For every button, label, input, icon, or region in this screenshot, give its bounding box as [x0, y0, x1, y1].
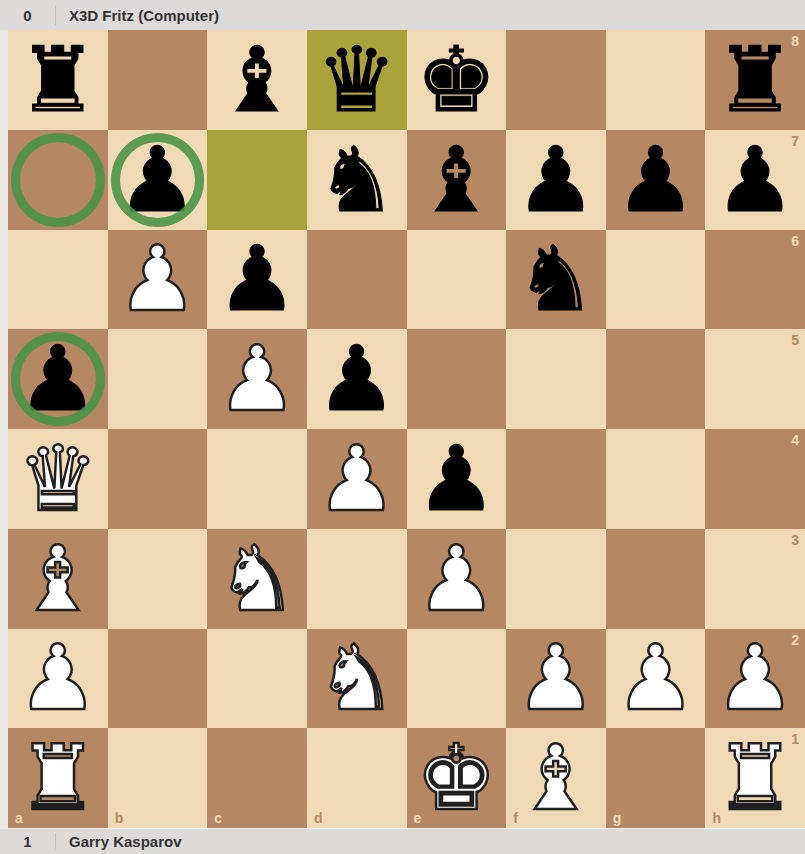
- file-label-b: b: [115, 810, 124, 826]
- square-b4[interactable]: [108, 429, 208, 529]
- piece-white-rook[interactable]: ♜: [715, 733, 796, 823]
- square-d1[interactable]: d: [307, 728, 407, 828]
- square-d2[interactable]: ♞: [307, 629, 407, 729]
- chess-board[interactable]: ♜♝♛♚♜8♟♞♝♟♟♟7♟♟♞6♟♟♟5♛♟♟4♝♞♟3♟♞♟♟♟2♜abcd…: [8, 30, 805, 828]
- rank-label-3: 3: [791, 532, 799, 548]
- bottom-player-name: Garry Kasparov: [56, 833, 182, 850]
- piece-white-pawn[interactable]: ♟: [615, 633, 696, 723]
- piece-black-rook[interactable]: ♜: [715, 35, 796, 125]
- piece-white-rook[interactable]: ♜: [17, 733, 98, 823]
- piece-white-pawn[interactable]: ♟: [17, 633, 98, 723]
- board-area: ♜♝♛♚♜8♟♞♝♟♟♟7♟♟♞6♟♟♟5♛♟♟4♝♞♟3♟♞♟♟♟2♜abcd…: [0, 30, 805, 828]
- square-h1[interactable]: ♜1h: [705, 728, 805, 828]
- square-e8[interactable]: ♚: [407, 30, 507, 130]
- piece-black-bishop[interactable]: ♝: [416, 135, 497, 225]
- piece-white-queen[interactable]: ♛: [17, 434, 98, 524]
- piece-black-pawn[interactable]: ♟: [416, 434, 497, 524]
- square-c7[interactable]: [207, 130, 307, 230]
- square-a5[interactable]: ♟: [8, 329, 108, 429]
- piece-white-king[interactable]: ♚: [416, 733, 497, 823]
- square-h5[interactable]: 5: [705, 329, 805, 429]
- piece-black-pawn[interactable]: ♟: [715, 135, 796, 225]
- square-b3[interactable]: [108, 529, 208, 629]
- square-d8[interactable]: ♛: [307, 30, 407, 130]
- piece-black-pawn[interactable]: ♟: [17, 334, 98, 424]
- square-h2[interactable]: ♟2: [705, 629, 805, 729]
- square-b6[interactable]: ♟: [108, 230, 208, 330]
- piece-black-knight[interactable]: ♞: [316, 135, 397, 225]
- annotation-circle-a7: [11, 133, 105, 227]
- square-f2[interactable]: ♟: [506, 629, 606, 729]
- piece-black-queen[interactable]: ♛: [316, 35, 397, 125]
- square-c4[interactable]: [207, 429, 307, 529]
- square-f8[interactable]: [506, 30, 606, 130]
- square-h4[interactable]: 4: [705, 429, 805, 529]
- square-c5[interactable]: ♟: [207, 329, 307, 429]
- piece-black-rook[interactable]: ♜: [17, 35, 98, 125]
- square-a2[interactable]: ♟: [8, 629, 108, 729]
- square-a8[interactable]: ♜: [8, 30, 108, 130]
- square-g3[interactable]: [606, 529, 706, 629]
- piece-black-king[interactable]: ♚: [416, 35, 497, 125]
- top-player-score: 0: [0, 7, 55, 24]
- file-label-d: d: [314, 810, 323, 826]
- piece-black-pawn[interactable]: ♟: [217, 234, 298, 324]
- piece-black-knight[interactable]: ♞: [516, 234, 597, 324]
- square-e6[interactable]: [407, 230, 507, 330]
- piece-white-knight[interactable]: ♞: [217, 534, 298, 624]
- bottom-player-bar: 1 Garry Kasparov: [0, 828, 805, 854]
- bottom-player-score: 1: [0, 833, 55, 850]
- rank-label-6: 6: [791, 233, 799, 249]
- square-a4[interactable]: ♛: [8, 429, 108, 529]
- square-d6[interactable]: [307, 230, 407, 330]
- square-h3[interactable]: 3: [705, 529, 805, 629]
- square-g5[interactable]: [606, 329, 706, 429]
- square-e7[interactable]: ♝: [407, 130, 507, 230]
- rank-label-4: 4: [791, 432, 799, 448]
- square-b1[interactable]: b: [108, 728, 208, 828]
- piece-white-bishop[interactable]: ♝: [516, 733, 597, 823]
- piece-white-pawn[interactable]: ♟: [416, 534, 497, 624]
- square-f4[interactable]: [506, 429, 606, 529]
- square-g6[interactable]: [606, 230, 706, 330]
- square-f6[interactable]: ♞: [506, 230, 606, 330]
- square-d3[interactable]: [307, 529, 407, 629]
- piece-white-bishop[interactable]: ♝: [17, 534, 98, 624]
- file-label-g: g: [613, 810, 622, 826]
- file-label-c: c: [214, 810, 222, 826]
- left-gutter: [0, 30, 8, 828]
- square-e1[interactable]: ♚e: [407, 728, 507, 828]
- piece-black-pawn[interactable]: ♟: [516, 135, 597, 225]
- square-e2[interactable]: [407, 629, 507, 729]
- square-b2[interactable]: [108, 629, 208, 729]
- square-c1[interactable]: c: [207, 728, 307, 828]
- piece-white-pawn[interactable]: ♟: [217, 334, 298, 424]
- square-f3[interactable]: [506, 529, 606, 629]
- top-player-name: X3D Fritz (Computer): [56, 7, 219, 24]
- top-player-bar: 0 X3D Fritz (Computer): [0, 0, 805, 30]
- square-a1[interactable]: ♜a: [8, 728, 108, 828]
- piece-black-bishop[interactable]: ♝: [217, 35, 298, 125]
- square-b7[interactable]: ♟: [108, 130, 208, 230]
- rank-label-5: 5: [791, 332, 799, 348]
- square-f1[interactable]: ♝f: [506, 728, 606, 828]
- square-g4[interactable]: [606, 429, 706, 529]
- square-h6[interactable]: 6: [705, 230, 805, 330]
- piece-white-pawn[interactable]: ♟: [516, 633, 597, 723]
- square-c8[interactable]: ♝: [207, 30, 307, 130]
- square-e5[interactable]: [407, 329, 507, 429]
- piece-white-pawn[interactable]: ♟: [117, 234, 198, 324]
- square-a6[interactable]: [8, 230, 108, 330]
- square-g8[interactable]: [606, 30, 706, 130]
- square-a3[interactable]: ♝: [8, 529, 108, 629]
- square-c6[interactable]: ♟: [207, 230, 307, 330]
- square-f5[interactable]: [506, 329, 606, 429]
- square-g1[interactable]: g: [606, 728, 706, 828]
- piece-black-pawn[interactable]: ♟: [117, 135, 198, 225]
- piece-white-knight[interactable]: ♞: [316, 633, 397, 723]
- piece-black-pawn[interactable]: ♟: [316, 334, 397, 424]
- square-c2[interactable]: [207, 629, 307, 729]
- square-a7[interactable]: [8, 130, 108, 230]
- square-c3[interactable]: ♞: [207, 529, 307, 629]
- square-d4[interactable]: ♟: [307, 429, 407, 529]
- square-b8[interactable]: [108, 30, 208, 130]
- piece-white-pawn[interactable]: ♟: [715, 633, 796, 723]
- square-b5[interactable]: [108, 329, 208, 429]
- square-d5[interactable]: ♟: [307, 329, 407, 429]
- square-g7[interactable]: ♟: [606, 130, 706, 230]
- square-f7[interactable]: ♟: [506, 130, 606, 230]
- square-e4[interactable]: ♟: [407, 429, 507, 529]
- piece-white-pawn[interactable]: ♟: [316, 434, 397, 524]
- piece-black-pawn[interactable]: ♟: [615, 135, 696, 225]
- square-h7[interactable]: ♟7: [705, 130, 805, 230]
- square-d7[interactable]: ♞: [307, 130, 407, 230]
- square-g2[interactable]: ♟: [606, 629, 706, 729]
- square-e3[interactable]: ♟: [407, 529, 507, 629]
- square-h8[interactable]: ♜8: [705, 30, 805, 130]
